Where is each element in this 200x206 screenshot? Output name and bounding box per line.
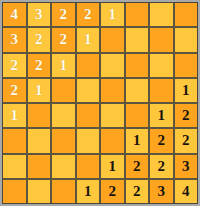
cell-r2c5 bbox=[101, 28, 124, 51]
cell-r5c5 bbox=[101, 104, 124, 127]
cell-number: 1 bbox=[158, 108, 166, 123]
cell-r6c6: 1 bbox=[126, 129, 149, 152]
cell-r5c3 bbox=[52, 104, 75, 127]
cell-r3c2: 2 bbox=[28, 54, 51, 77]
cell-r5c2 bbox=[28, 104, 51, 127]
cell-r6c4 bbox=[77, 129, 100, 152]
cell-r8c7: 3 bbox=[150, 180, 173, 203]
cell-number: 4 bbox=[182, 184, 190, 199]
cell-number: 2 bbox=[35, 32, 43, 47]
cell-r7c6: 2 bbox=[126, 155, 149, 178]
cell-r4c3 bbox=[52, 79, 75, 102]
cell-r3c8 bbox=[175, 54, 198, 77]
cell-number: 1 bbox=[109, 159, 117, 174]
cell-r4c5 bbox=[101, 79, 124, 102]
cell-r2c4: 1 bbox=[77, 28, 100, 51]
cell-r5c8: 2 bbox=[175, 104, 198, 127]
cell-r3c3: 1 bbox=[52, 54, 75, 77]
cell-r4c4 bbox=[77, 79, 100, 102]
cell-r6c5 bbox=[101, 129, 124, 152]
cell-r7c7: 2 bbox=[150, 155, 173, 178]
cell-number: 2 bbox=[84, 7, 92, 22]
cell-number: 2 bbox=[133, 184, 141, 199]
cell-r4c6 bbox=[126, 79, 149, 102]
cell-r5c4 bbox=[77, 104, 100, 127]
cell-r3c1: 2 bbox=[3, 54, 26, 77]
cell-r4c1: 2 bbox=[3, 79, 26, 102]
cell-r1c3: 2 bbox=[52, 3, 75, 26]
cell-r1c6 bbox=[126, 3, 149, 26]
cell-r5c6 bbox=[126, 104, 149, 127]
cell-r8c1 bbox=[3, 180, 26, 203]
cell-r1c4: 2 bbox=[77, 3, 100, 26]
cell-r8c4: 1 bbox=[77, 180, 100, 203]
cell-r1c8 bbox=[175, 3, 198, 26]
cell-r6c8: 2 bbox=[175, 129, 198, 152]
cell-r3c6 bbox=[126, 54, 149, 77]
cell-r7c3 bbox=[52, 155, 75, 178]
cell-number: 3 bbox=[35, 7, 43, 22]
cell-number: 1 bbox=[109, 7, 117, 22]
cell-r2c8 bbox=[175, 28, 198, 51]
cell-r8c3 bbox=[52, 180, 75, 203]
cell-r1c5: 1 bbox=[101, 3, 124, 26]
cell-number: 3 bbox=[182, 159, 190, 174]
cell-number: 1 bbox=[84, 32, 92, 47]
cell-r3c4 bbox=[77, 54, 100, 77]
cell-number: 3 bbox=[158, 184, 166, 199]
cell-r7c1 bbox=[3, 155, 26, 178]
cell-r8c8: 4 bbox=[175, 180, 198, 203]
cell-r8c2 bbox=[28, 180, 51, 203]
board-frame: 432213221221211112122122312234 bbox=[0, 0, 200, 206]
cell-number: 2 bbox=[182, 108, 190, 123]
cell-r7c4 bbox=[77, 155, 100, 178]
cell-number: 1 bbox=[133, 133, 141, 148]
cell-r6c7: 2 bbox=[150, 129, 173, 152]
cell-r8c5: 2 bbox=[101, 180, 124, 203]
cell-number: 1 bbox=[182, 83, 190, 98]
cell-r7c8: 3 bbox=[175, 155, 198, 178]
cell-number: 1 bbox=[11, 108, 19, 123]
cell-number: 3 bbox=[11, 32, 19, 47]
cell-r4c8: 1 bbox=[175, 79, 198, 102]
chessboard-grid: 432213221221211112122122312234 bbox=[3, 3, 197, 203]
cell-r6c2 bbox=[28, 129, 51, 152]
cell-r5c7: 1 bbox=[150, 104, 173, 127]
cell-r1c2: 3 bbox=[28, 3, 51, 26]
cell-r7c5: 1 bbox=[101, 155, 124, 178]
cell-number: 1 bbox=[60, 58, 68, 73]
cell-number: 2 bbox=[182, 133, 190, 148]
cell-r4c2: 1 bbox=[28, 79, 51, 102]
cell-r4c7 bbox=[150, 79, 173, 102]
cell-r8c6: 2 bbox=[126, 180, 149, 203]
cell-number: 2 bbox=[158, 159, 166, 174]
cell-r2c2: 2 bbox=[28, 28, 51, 51]
cell-r3c7 bbox=[150, 54, 173, 77]
cell-r2c1: 3 bbox=[3, 28, 26, 51]
cell-r6c3 bbox=[52, 129, 75, 152]
cell-r1c7 bbox=[150, 3, 173, 26]
cell-r3c5 bbox=[101, 54, 124, 77]
cell-number: 2 bbox=[11, 58, 19, 73]
cell-number: 2 bbox=[60, 7, 68, 22]
cell-number: 2 bbox=[11, 83, 19, 98]
cell-number: 2 bbox=[35, 58, 43, 73]
cell-r2c3: 2 bbox=[52, 28, 75, 51]
cell-number: 2 bbox=[60, 32, 68, 47]
cell-number: 2 bbox=[158, 133, 166, 148]
cell-r7c2 bbox=[28, 155, 51, 178]
cell-r1c1: 4 bbox=[3, 3, 26, 26]
cell-number: 4 bbox=[11, 7, 19, 22]
cell-r5c1: 1 bbox=[3, 104, 26, 127]
cell-number: 1 bbox=[35, 83, 43, 98]
cell-r6c1 bbox=[3, 129, 26, 152]
cell-number: 2 bbox=[109, 184, 117, 199]
cell-r2c6 bbox=[126, 28, 149, 51]
cell-number: 2 bbox=[133, 159, 141, 174]
cell-r2c7 bbox=[150, 28, 173, 51]
cell-number: 1 bbox=[84, 184, 92, 199]
